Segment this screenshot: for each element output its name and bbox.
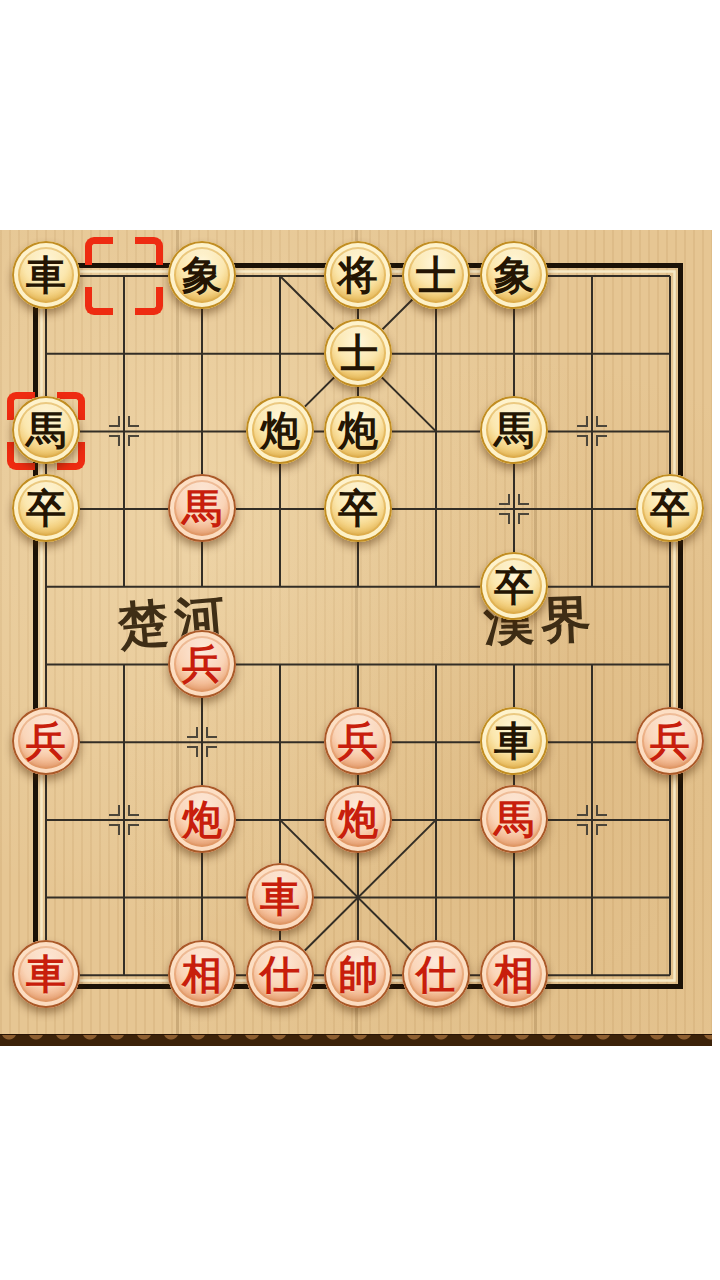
piece-character: 帥 bbox=[338, 940, 378, 1008]
piece-character: 馬 bbox=[26, 396, 66, 464]
board-bottom-edge bbox=[0, 1034, 712, 1046]
piece-character: 仕 bbox=[416, 940, 456, 1008]
piece-black-horse[interactable]: 馬 bbox=[480, 396, 548, 464]
piece-red-general[interactable]: 帥 bbox=[324, 940, 392, 1008]
piece-character: 士 bbox=[416, 241, 456, 309]
piece-character: 兵 bbox=[338, 707, 378, 775]
piece-character: 卒 bbox=[338, 474, 378, 542]
piece-red-horse[interactable]: 馬 bbox=[480, 785, 548, 853]
point-marker bbox=[499, 494, 529, 524]
piece-character: 卒 bbox=[26, 474, 66, 542]
piece-character: 卒 bbox=[494, 552, 534, 620]
piece-character: 馬 bbox=[494, 396, 534, 464]
piece-character: 車 bbox=[26, 940, 66, 1008]
piece-black-soldier[interactable]: 卒 bbox=[324, 474, 392, 542]
piece-red-soldier[interactable]: 兵 bbox=[324, 707, 392, 775]
point-marker bbox=[577, 805, 607, 835]
piece-character: 士 bbox=[338, 319, 378, 387]
piece-character: 車 bbox=[26, 241, 66, 309]
last-move-from-marker bbox=[85, 237, 163, 315]
piece-red-cannon[interactable]: 炮 bbox=[324, 785, 392, 853]
piece-black-soldier[interactable]: 卒 bbox=[636, 474, 704, 542]
piece-character: 兵 bbox=[650, 707, 690, 775]
piece-character: 相 bbox=[494, 940, 534, 1008]
point-marker bbox=[109, 805, 139, 835]
piece-character: 炮 bbox=[260, 396, 300, 464]
screen: 楚河 漢界 車象将士象士馬炮炮馬卒馬卒卒卒兵兵兵車兵炮炮馬車車相仕帥仕相 bbox=[0, 0, 720, 1280]
piece-red-elephant[interactable]: 相 bbox=[480, 940, 548, 1008]
piece-character: 車 bbox=[494, 707, 534, 775]
piece-character: 象 bbox=[182, 241, 222, 309]
piece-black-horse[interactable]: 馬 bbox=[12, 396, 80, 464]
piece-red-advisor[interactable]: 仕 bbox=[402, 940, 470, 1008]
piece-character: 炮 bbox=[338, 396, 378, 464]
piece-black-soldier[interactable]: 卒 bbox=[12, 474, 80, 542]
piece-character: 馬 bbox=[182, 474, 222, 542]
piece-red-soldier[interactable]: 兵 bbox=[168, 630, 236, 698]
piece-black-soldier[interactable]: 卒 bbox=[480, 552, 548, 620]
point-marker bbox=[187, 727, 217, 757]
piece-black-advisor[interactable]: 士 bbox=[324, 319, 392, 387]
piece-character: 車 bbox=[260, 863, 300, 931]
piece-character: 卒 bbox=[650, 474, 690, 542]
piece-character: 兵 bbox=[26, 707, 66, 775]
piece-red-horse[interactable]: 馬 bbox=[168, 474, 236, 542]
piece-black-elephant[interactable]: 象 bbox=[480, 241, 548, 309]
piece-black-chariot[interactable]: 車 bbox=[480, 707, 548, 775]
piece-black-elephant[interactable]: 象 bbox=[168, 241, 236, 309]
piece-character: 炮 bbox=[338, 785, 378, 853]
piece-character: 兵 bbox=[182, 630, 222, 698]
piece-red-chariot[interactable]: 車 bbox=[246, 863, 314, 931]
piece-character: 仕 bbox=[260, 940, 300, 1008]
piece-red-cannon[interactable]: 炮 bbox=[168, 785, 236, 853]
piece-red-elephant[interactable]: 相 bbox=[168, 940, 236, 1008]
piece-red-soldier[interactable]: 兵 bbox=[636, 707, 704, 775]
piece-black-general[interactable]: 将 bbox=[324, 241, 392, 309]
piece-character: 馬 bbox=[494, 785, 534, 853]
piece-black-chariot[interactable]: 車 bbox=[12, 241, 80, 309]
piece-character: 炮 bbox=[182, 785, 222, 853]
piece-character: 将 bbox=[338, 241, 378, 309]
piece-character: 相 bbox=[182, 940, 222, 1008]
piece-red-soldier[interactable]: 兵 bbox=[12, 707, 80, 775]
point-marker bbox=[109, 416, 139, 446]
xiangqi-board[interactable]: 楚河 漢界 車象将士象士馬炮炮馬卒馬卒卒卒兵兵兵車兵炮炮馬車車相仕帥仕相 bbox=[0, 230, 712, 1046]
piece-black-advisor[interactable]: 士 bbox=[402, 241, 470, 309]
piece-character: 象 bbox=[494, 241, 534, 309]
point-marker bbox=[577, 416, 607, 446]
piece-red-chariot[interactable]: 車 bbox=[12, 940, 80, 1008]
piece-black-cannon[interactable]: 炮 bbox=[324, 396, 392, 464]
piece-red-advisor[interactable]: 仕 bbox=[246, 940, 314, 1008]
piece-black-cannon[interactable]: 炮 bbox=[246, 396, 314, 464]
